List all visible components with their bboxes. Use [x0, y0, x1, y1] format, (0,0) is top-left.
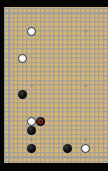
black-stone	[63, 144, 73, 154]
star-point	[30, 84, 33, 87]
black-stone	[27, 144, 37, 154]
white-stone	[81, 144, 91, 154]
white-stone	[27, 27, 37, 37]
black-stone	[27, 126, 37, 136]
star-point	[30, 138, 33, 141]
star-point	[84, 84, 87, 87]
board-frame	[0, 0, 108, 171]
last-move-marker	[38, 119, 44, 125]
black-stone	[36, 117, 46, 127]
star-point	[84, 138, 87, 141]
black-stone	[18, 90, 28, 100]
go-board[interactable]	[4, 7, 108, 163]
star-point	[84, 30, 87, 33]
white-stone	[18, 54, 28, 64]
